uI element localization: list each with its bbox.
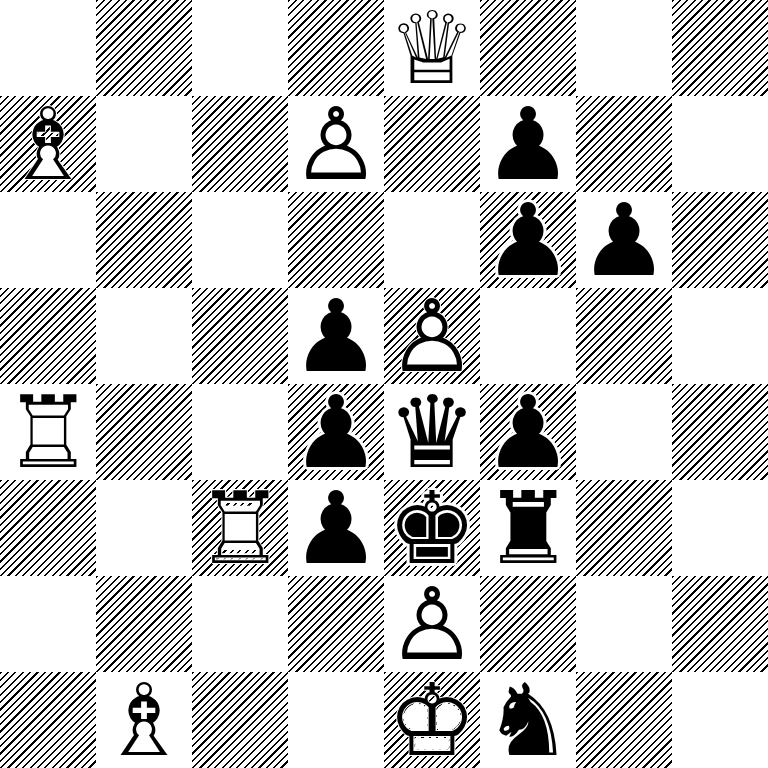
piece-glyph: ♕	[384, 0, 480, 96]
piece-glyph: ♖	[192, 480, 288, 576]
square-c8[interactable]	[192, 0, 288, 96]
piece-fill: ♜	[192, 480, 288, 576]
piece-fill: ♟	[288, 480, 384, 576]
black-pawn-d4: ♟♟	[288, 384, 384, 480]
square-e5[interactable]: ♟♙	[384, 288, 480, 384]
square-h7[interactable]	[672, 96, 768, 192]
piece-fill: ♟	[288, 288, 384, 384]
square-e2[interactable]: ♟♙	[384, 576, 480, 672]
piece-glyph: ♞	[480, 672, 576, 768]
square-h1[interactable]	[672, 672, 768, 768]
piece-glyph: ♟	[288, 480, 384, 576]
piece-fill: ♟	[576, 192, 672, 288]
square-h8[interactable]	[672, 0, 768, 96]
square-c5[interactable]	[192, 288, 288, 384]
white-king-e1: ♚♔	[384, 672, 480, 768]
square-b3[interactable]	[96, 480, 192, 576]
square-e8[interactable]: ♛♕	[384, 0, 480, 96]
square-f8[interactable]	[480, 0, 576, 96]
square-f5[interactable]	[480, 288, 576, 384]
piece-fill: ♛	[384, 0, 480, 96]
square-d5[interactable]: ♟♟	[288, 288, 384, 384]
square-a4[interactable]: ♜♖	[0, 384, 96, 480]
black-king-e3: ♚♚	[384, 480, 480, 576]
piece-fill: ♟	[384, 576, 480, 672]
square-g6[interactable]: ♟♟	[576, 192, 672, 288]
piece-fill: ♝	[96, 672, 192, 768]
square-c4[interactable]	[192, 384, 288, 480]
piece-glyph: ♟	[288, 288, 384, 384]
black-pawn-d3: ♟♟	[288, 480, 384, 576]
square-d3[interactable]: ♟♟	[288, 480, 384, 576]
square-b6[interactable]	[96, 192, 192, 288]
square-g4[interactable]	[576, 384, 672, 480]
square-d1[interactable]	[288, 672, 384, 768]
white-bishop-b1: ♝♗	[96, 672, 192, 768]
square-g8[interactable]	[576, 0, 672, 96]
square-f3[interactable]: ♜♜	[480, 480, 576, 576]
white-pawn-d7: ♟♙	[288, 96, 384, 192]
white-pawn-e2: ♟♙	[384, 576, 480, 672]
square-c7[interactable]	[192, 96, 288, 192]
black-pawn-f4: ♟♟	[480, 384, 576, 480]
piece-glyph: ♖	[0, 384, 96, 480]
white-queen-e8: ♛♕	[384, 0, 480, 96]
square-a7[interactable]: ♝♗	[0, 96, 96, 192]
piece-fill: ♞	[480, 672, 576, 768]
black-queen-e4: ♛♛	[384, 384, 480, 480]
piece-fill: ♟	[480, 384, 576, 480]
square-c1[interactable]	[192, 672, 288, 768]
square-c6[interactable]	[192, 192, 288, 288]
square-f2[interactable]	[480, 576, 576, 672]
piece-glyph: ♔	[384, 672, 480, 768]
square-f4[interactable]: ♟♟	[480, 384, 576, 480]
square-g5[interactable]	[576, 288, 672, 384]
piece-glyph: ♛	[384, 384, 480, 480]
piece-fill: ♟	[288, 384, 384, 480]
square-b2[interactable]	[96, 576, 192, 672]
piece-glyph: ♙	[288, 96, 384, 192]
square-e7[interactable]	[384, 96, 480, 192]
chess-board: ♛♕♝♗♟♙♟♟♟♟♟♟♟♟♟♙♜♖♟♟♛♛♟♟♜♖♟♟♚♚♜♜♟♙♝♗♚♔♞♞	[0, 0, 768, 768]
square-d4[interactable]: ♟♟	[288, 384, 384, 480]
piece-fill: ♟	[384, 288, 480, 384]
square-d7[interactable]: ♟♙	[288, 96, 384, 192]
black-pawn-g6: ♟♟	[576, 192, 672, 288]
black-pawn-d5: ♟♟	[288, 288, 384, 384]
square-g1[interactable]	[576, 672, 672, 768]
piece-fill: ♜	[0, 384, 96, 480]
black-pawn-f7: ♟♟	[480, 96, 576, 192]
square-d6[interactable]	[288, 192, 384, 288]
piece-fill: ♝	[0, 96, 96, 192]
white-pawn-e5: ♟♙	[384, 288, 480, 384]
square-d8[interactable]	[288, 0, 384, 96]
square-g2[interactable]	[576, 576, 672, 672]
piece-glyph: ♟	[480, 96, 576, 192]
square-f6[interactable]: ♟♟	[480, 192, 576, 288]
piece-fill: ♚	[384, 480, 480, 576]
square-c2[interactable]	[192, 576, 288, 672]
square-e4[interactable]: ♛♛	[384, 384, 480, 480]
piece-glyph: ♙	[384, 288, 480, 384]
square-h5[interactable]	[672, 288, 768, 384]
square-a3[interactable]	[0, 480, 96, 576]
square-g3[interactable]	[576, 480, 672, 576]
square-b5[interactable]	[96, 288, 192, 384]
piece-fill: ♚	[384, 672, 480, 768]
square-c3[interactable]: ♜♖	[192, 480, 288, 576]
square-b1[interactable]: ♝♗	[96, 672, 192, 768]
square-a2[interactable]	[0, 576, 96, 672]
piece-glyph: ♗	[0, 96, 96, 192]
piece-fill: ♜	[480, 480, 576, 576]
square-f1[interactable]: ♞♞	[480, 672, 576, 768]
piece-fill: ♟	[480, 96, 576, 192]
square-h4[interactable]	[672, 384, 768, 480]
black-pawn-f6: ♟♟	[480, 192, 576, 288]
square-a6[interactable]	[0, 192, 96, 288]
square-a8[interactable]	[0, 0, 96, 96]
square-e3[interactable]: ♚♚	[384, 480, 480, 576]
square-b4[interactable]	[96, 384, 192, 480]
white-bishop-a7: ♝♗	[0, 96, 96, 192]
piece-fill: ♟	[480, 192, 576, 288]
square-g7[interactable]	[576, 96, 672, 192]
square-h2[interactable]	[672, 576, 768, 672]
square-a5[interactable]	[0, 288, 96, 384]
piece-glyph: ♚	[384, 480, 480, 576]
square-b8[interactable]	[96, 0, 192, 96]
piece-glyph: ♜	[480, 480, 576, 576]
white-rook-a4: ♜♖	[0, 384, 96, 480]
square-e1[interactable]: ♚♔	[384, 672, 480, 768]
square-d2[interactable]	[288, 576, 384, 672]
square-b7[interactable]	[96, 96, 192, 192]
piece-fill: ♛	[384, 384, 480, 480]
piece-fill: ♟	[288, 96, 384, 192]
black-rook-f3: ♜♜	[480, 480, 576, 576]
piece-glyph: ♟	[576, 192, 672, 288]
square-h6[interactable]	[672, 192, 768, 288]
square-a1[interactable]	[0, 672, 96, 768]
square-e6[interactable]	[384, 192, 480, 288]
black-knight-f1: ♞♞	[480, 672, 576, 768]
square-h3[interactable]	[672, 480, 768, 576]
piece-glyph: ♗	[96, 672, 192, 768]
piece-glyph: ♙	[384, 576, 480, 672]
square-f7[interactable]: ♟♟	[480, 96, 576, 192]
piece-glyph: ♟	[288, 384, 384, 480]
white-rook-c3: ♜♖	[192, 480, 288, 576]
piece-glyph: ♟	[480, 384, 576, 480]
piece-glyph: ♟	[480, 192, 576, 288]
